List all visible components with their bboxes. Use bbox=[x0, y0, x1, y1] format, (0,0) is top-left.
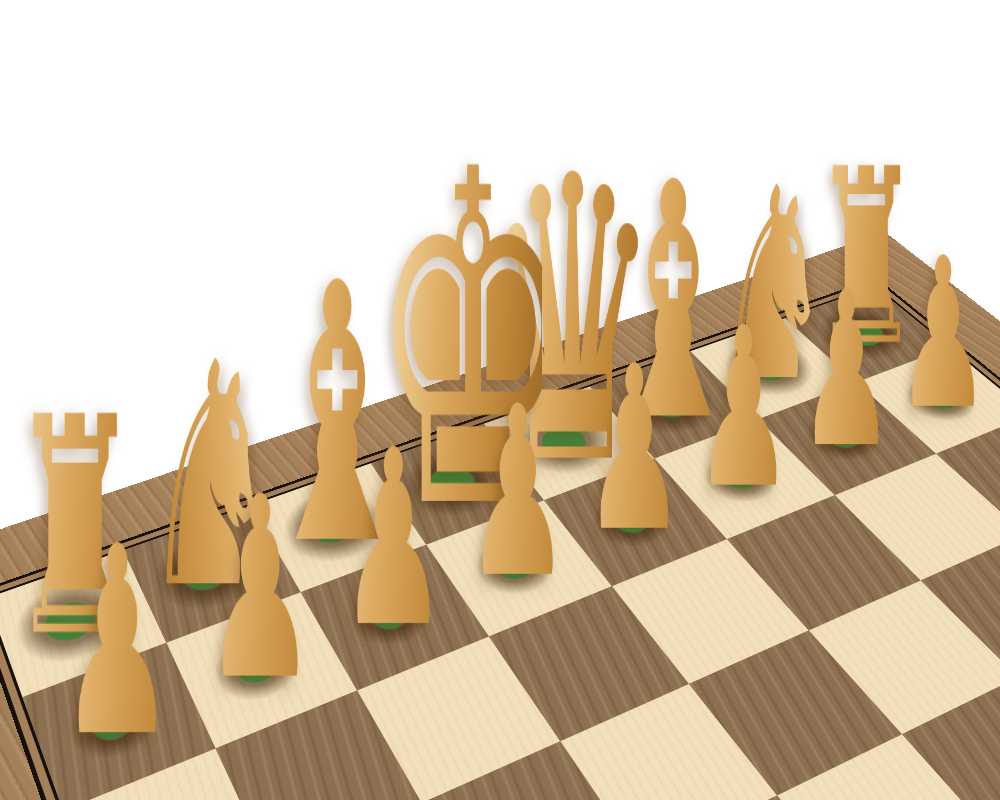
board-playing-area: ♜♞♝♚♛♝♞♜♟♟♟♟♟♟♟♟ bbox=[0, 287, 1000, 800]
piece-upright: ♟ bbox=[16, 513, 218, 721]
chess-board: ♜♞♝♚♛♝♞♜♟♟♟♟♟♟♟♟ bbox=[0, 232, 1000, 800]
product-photo-scene: ♜♞♝♚♛♝♞♜♟♟♟♟♟♟♟♟ bbox=[0, 0, 1000, 800]
